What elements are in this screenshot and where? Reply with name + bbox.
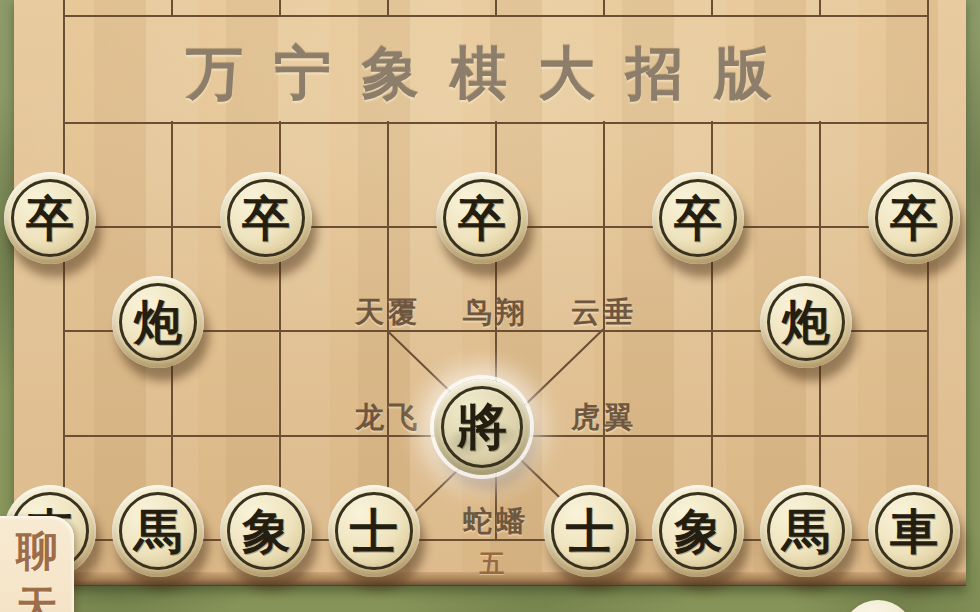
piece-ring: 卒 (443, 179, 521, 257)
soldier-piece[interactable]: 卒 (652, 172, 744, 264)
horse-piece[interactable]: 馬 (760, 485, 852, 577)
piece-glyph: 卒 (458, 194, 506, 242)
file-number-five: 五 (480, 547, 505, 580)
elephant-piece[interactable]: 象 (220, 485, 312, 577)
piece-ring: 卒 (659, 179, 737, 257)
grid-line (171, 0, 173, 17)
grid-line (387, 0, 389, 17)
piece-glyph: 卒 (674, 194, 722, 242)
piece-ring: 炮 (119, 283, 197, 361)
cannon-piece[interactable]: 炮 (760, 276, 852, 368)
elephant-piece[interactable]: 象 (652, 485, 744, 577)
grid-line (711, 0, 713, 17)
grid-line (279, 0, 281, 17)
soldier-piece[interactable]: 卒 (4, 172, 96, 264)
piece-glyph: 炮 (782, 298, 830, 346)
chat-button-char-1: 聊 (16, 530, 58, 572)
piece-ring: 馬 (119, 492, 197, 570)
piece-glyph: 車 (890, 507, 938, 555)
piece-ring: 卒 (227, 179, 305, 257)
piece-ring: 士 (335, 492, 413, 570)
palace-label-云垂: 云垂 (571, 293, 637, 333)
piece-glyph: 士 (566, 507, 614, 555)
chariot-piece[interactable]: 車 (868, 485, 960, 577)
chat-button[interactable]: 聊 天 (0, 516, 74, 612)
chat-button-char-2: 天 (16, 586, 58, 612)
piece-glyph: 象 (674, 507, 722, 555)
piece-glyph: 象 (242, 507, 290, 555)
palace-label-天覆: 天覆 (355, 293, 421, 333)
piece-glyph: 卒 (26, 194, 74, 242)
piece-ring: 卒 (875, 179, 953, 257)
soldier-piece[interactable]: 卒 (436, 172, 528, 264)
piece-ring: 馬 (767, 492, 845, 570)
piece-ring: 車 (875, 492, 953, 570)
advisor-piece[interactable]: 士 (328, 485, 420, 577)
soldier-piece[interactable]: 卒 (220, 172, 312, 264)
piece-glyph: 馬 (134, 507, 182, 555)
piece-glyph: 馬 (782, 507, 830, 555)
piece-glyph: 卒 (242, 194, 290, 242)
grid-line (495, 0, 497, 17)
piece-glyph: 炮 (134, 298, 182, 346)
horse-piece[interactable]: 馬 (112, 485, 204, 577)
grid-line (927, 15, 929, 541)
piece-ring: 象 (227, 492, 305, 570)
piece-glyph: 卒 (890, 194, 938, 242)
piece-ring: 炮 (767, 283, 845, 361)
soldier-piece[interactable]: 卒 (868, 172, 960, 264)
grid-line (63, 15, 65, 541)
palace-label-虎翼: 虎翼 (571, 398, 637, 438)
palace-label-蛇蟠: 蛇蟠 (463, 502, 529, 542)
general-piece[interactable]: 將 (434, 379, 530, 475)
piece-ring: 象 (659, 492, 737, 570)
palace-label-鸟翔: 鸟翔 (463, 293, 529, 333)
advisor-piece[interactable]: 士 (544, 485, 636, 577)
board-title: 万宁象棋大招版 (186, 36, 802, 113)
grid-line (819, 0, 821, 17)
piece-glyph: 士 (350, 507, 398, 555)
grid-line (603, 0, 605, 17)
cannon-piece[interactable]: 炮 (112, 276, 204, 368)
palace-label-龙飞: 龙飞 (355, 398, 421, 438)
piece-ring: 將 (441, 386, 523, 468)
piece-ring: 士 (551, 492, 629, 570)
piece-ring: 卒 (11, 179, 89, 257)
piece-glyph: 將 (457, 402, 507, 452)
